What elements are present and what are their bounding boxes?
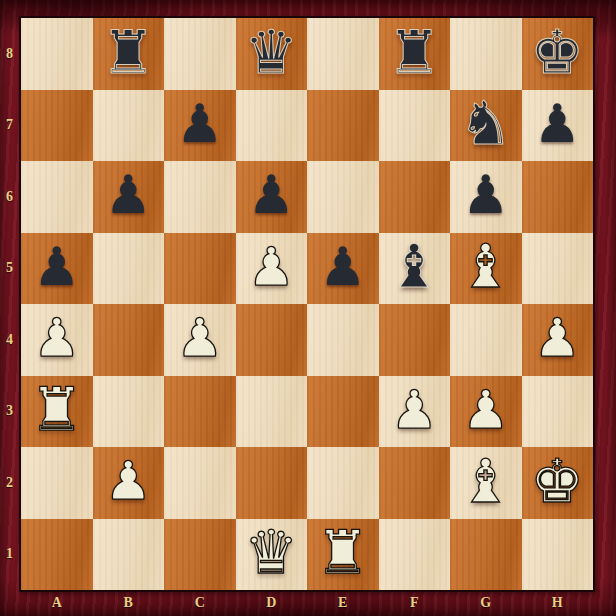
square-e4[interactable] [307, 304, 379, 376]
black-knight-icon[interactable]: ♞ [459, 93, 513, 153]
white-bishop-icon[interactable]: ♝ [459, 451, 513, 511]
file-label-a: A [21, 592, 93, 614]
black-pawn-icon[interactable]: ♟ [319, 240, 367, 293]
square-e2[interactable] [307, 447, 379, 519]
square-e1[interactable]: ♜ [307, 519, 379, 591]
square-a5[interactable]: ♟ [21, 233, 93, 305]
rank-labels: 87654321 [0, 18, 19, 590]
square-b7[interactable] [93, 90, 165, 162]
square-f1[interactable] [379, 519, 451, 591]
square-d1[interactable]: ♛ [236, 519, 308, 591]
white-king-icon[interactable]: ♚ [530, 451, 584, 511]
black-pawn-icon[interactable]: ♟ [462, 168, 510, 221]
square-c2[interactable] [164, 447, 236, 519]
rank-label-1: 1 [0, 519, 19, 591]
file-labels: ABCDEFGH [21, 592, 593, 614]
square-e8[interactable] [307, 18, 379, 90]
square-d5[interactable]: ♟ [236, 233, 308, 305]
black-king-icon[interactable]: ♚ [530, 22, 584, 82]
square-c6[interactable] [164, 161, 236, 233]
square-e5[interactable]: ♟ [307, 233, 379, 305]
square-e3[interactable] [307, 376, 379, 448]
square-f6[interactable] [379, 161, 451, 233]
square-e7[interactable] [307, 90, 379, 162]
white-bishop-icon[interactable]: ♝ [459, 236, 513, 296]
square-g5[interactable]: ♝ [450, 233, 522, 305]
file-label-g: G [450, 592, 522, 614]
rank-label-5: 5 [0, 233, 19, 305]
board-wrap: ♜♛♜♚♟♞♟♟♟♟♟♟♟♝♝♟♟♟♜♟♟♟♝♚♛♜ [19, 16, 595, 592]
square-a3[interactable]: ♜ [21, 376, 93, 448]
square-f5[interactable]: ♝ [379, 233, 451, 305]
white-pawn-icon[interactable]: ♟ [462, 383, 510, 436]
file-label-c: C [164, 592, 236, 614]
square-c8[interactable] [164, 18, 236, 90]
square-f2[interactable] [379, 447, 451, 519]
square-a6[interactable] [21, 161, 93, 233]
square-h8[interactable]: ♚ [522, 18, 594, 90]
square-h5[interactable] [522, 233, 594, 305]
square-c4[interactable]: ♟ [164, 304, 236, 376]
square-d8[interactable]: ♛ [236, 18, 308, 90]
rank-label-4: 4 [0, 304, 19, 376]
square-f8[interactable]: ♜ [379, 18, 451, 90]
file-label-e: E [307, 592, 379, 614]
square-d3[interactable] [236, 376, 308, 448]
square-g6[interactable]: ♟ [450, 161, 522, 233]
file-label-h: H [522, 592, 594, 614]
file-label-f: F [379, 592, 451, 614]
file-label-b: B [93, 592, 165, 614]
rank-label-3: 3 [0, 376, 19, 448]
square-a8[interactable] [21, 18, 93, 90]
square-a4[interactable]: ♟ [21, 304, 93, 376]
square-c5[interactable] [164, 233, 236, 305]
white-rook-icon[interactable]: ♜ [316, 522, 370, 582]
square-d6[interactable]: ♟ [236, 161, 308, 233]
white-pawn-icon[interactable]: ♟ [247, 240, 295, 293]
square-a1[interactable] [21, 519, 93, 591]
square-a7[interactable] [21, 90, 93, 162]
square-b4[interactable] [93, 304, 165, 376]
black-pawn-icon[interactable]: ♟ [247, 168, 295, 221]
square-g2[interactable]: ♝ [450, 447, 522, 519]
white-queen-icon[interactable]: ♛ [244, 522, 298, 582]
rank-label-6: 6 [0, 161, 19, 233]
white-pawn-icon[interactable]: ♟ [176, 311, 224, 364]
square-g8[interactable] [450, 18, 522, 90]
square-b1[interactable] [93, 519, 165, 591]
black-bishop-icon[interactable]: ♝ [387, 236, 441, 296]
black-pawn-icon[interactable]: ♟ [176, 97, 224, 150]
square-b6[interactable]: ♟ [93, 161, 165, 233]
square-h6[interactable] [522, 161, 594, 233]
square-b8[interactable]: ♜ [93, 18, 165, 90]
square-f7[interactable] [379, 90, 451, 162]
square-g1[interactable] [450, 519, 522, 591]
white-pawn-icon[interactable]: ♟ [390, 383, 438, 436]
white-pawn-icon[interactable]: ♟ [33, 311, 81, 364]
square-h1[interactable] [522, 519, 594, 591]
square-d2[interactable] [236, 447, 308, 519]
square-b2[interactable]: ♟ [93, 447, 165, 519]
square-b5[interactable] [93, 233, 165, 305]
square-h4[interactable]: ♟ [522, 304, 594, 376]
white-pawn-icon[interactable]: ♟ [533, 311, 581, 364]
square-e6[interactable] [307, 161, 379, 233]
square-d4[interactable] [236, 304, 308, 376]
black-pawn-icon[interactable]: ♟ [33, 240, 81, 293]
rank-label-2: 2 [0, 447, 19, 519]
white-rook-icon[interactable]: ♜ [30, 379, 84, 439]
square-h7[interactable]: ♟ [522, 90, 594, 162]
square-b3[interactable] [93, 376, 165, 448]
square-g4[interactable] [450, 304, 522, 376]
white-pawn-icon[interactable]: ♟ [104, 454, 152, 507]
square-f3[interactable]: ♟ [379, 376, 451, 448]
black-rook-icon[interactable]: ♜ [101, 22, 155, 82]
square-h3[interactable] [522, 376, 594, 448]
black-queen-icon[interactable]: ♛ [244, 22, 298, 82]
square-a2[interactable] [21, 447, 93, 519]
square-f4[interactable] [379, 304, 451, 376]
rank-label-8: 8 [0, 18, 19, 90]
square-c1[interactable] [164, 519, 236, 591]
square-c7[interactable]: ♟ [164, 90, 236, 162]
square-g3[interactable]: ♟ [450, 376, 522, 448]
rank-label-7: 7 [0, 90, 19, 162]
chess-app: 87654321 ♜♛♜♚♟♞♟♟♟♟♟♟♟♝♝♟♟♟♜♟♟♟♝♚♛♜ ABCD… [0, 0, 616, 616]
black-pawn-icon[interactable]: ♟ [533, 97, 581, 150]
file-label-d: D [236, 592, 308, 614]
square-h2[interactable]: ♚ [522, 447, 594, 519]
square-c3[interactable] [164, 376, 236, 448]
square-g7[interactable]: ♞ [450, 90, 522, 162]
black-rook-icon[interactable]: ♜ [387, 22, 441, 82]
chess-board: ♜♛♜♚♟♞♟♟♟♟♟♟♟♝♝♟♟♟♜♟♟♟♝♚♛♜ [21, 18, 593, 590]
square-d7[interactable] [236, 90, 308, 162]
black-pawn-icon[interactable]: ♟ [104, 168, 152, 221]
